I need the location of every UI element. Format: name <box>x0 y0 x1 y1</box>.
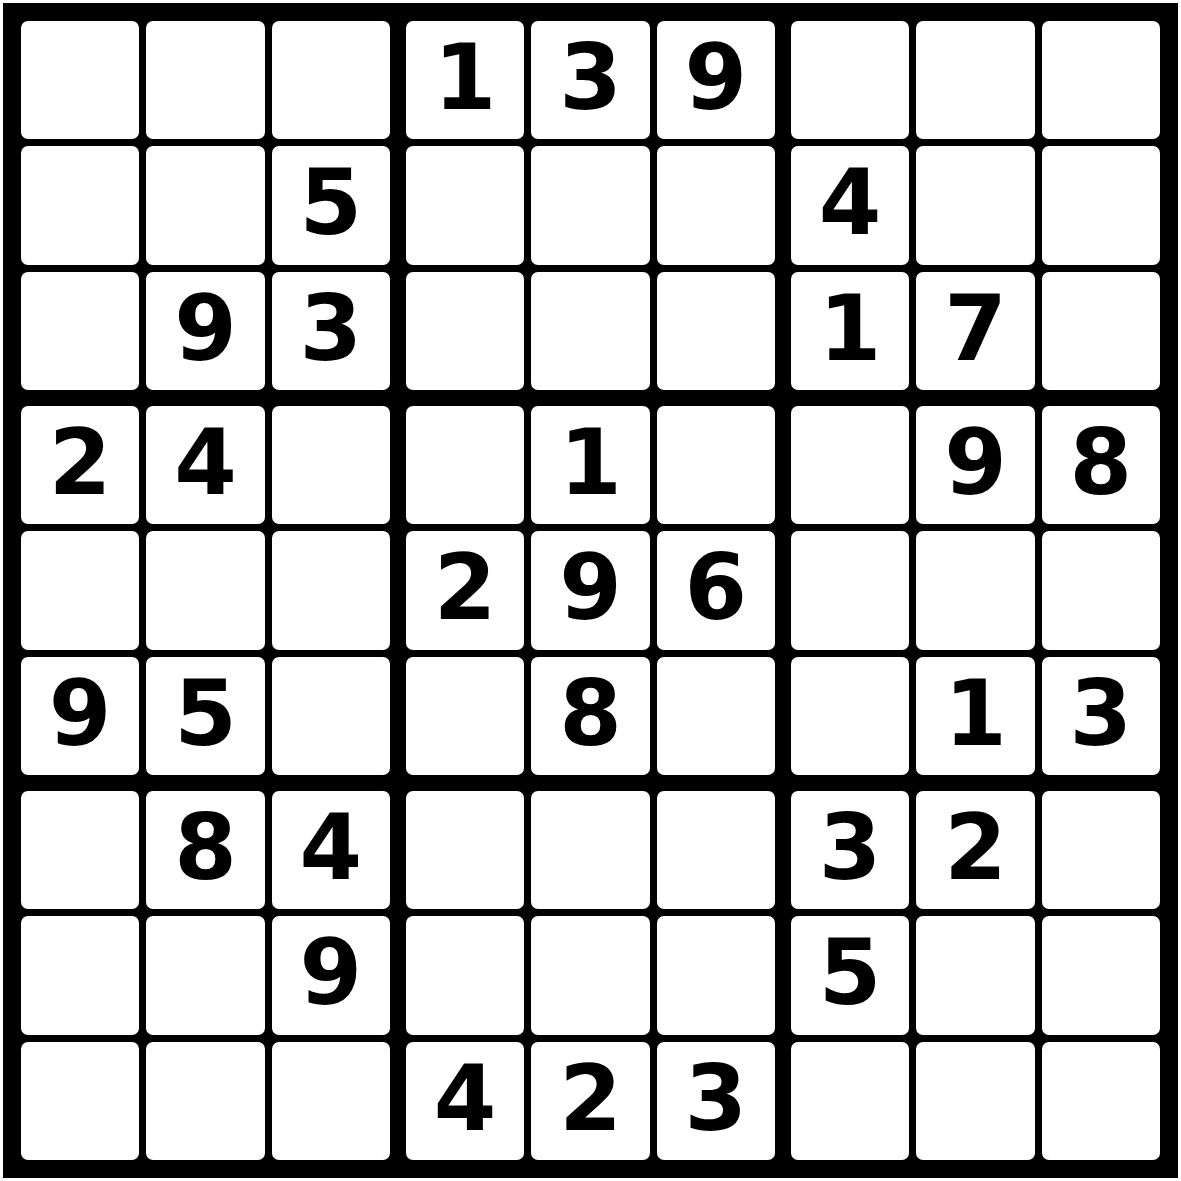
cell-r3c6[interactable] <box>657 272 775 390</box>
cell-r1c3[interactable] <box>272 21 390 139</box>
given-digit: 9 <box>174 284 237 374</box>
cell-r8c1[interactable] <box>21 916 139 1034</box>
cell-r1c8[interactable] <box>916 21 1034 139</box>
cell-r8c8[interactable] <box>916 916 1034 1034</box>
given-digit: 1 <box>434 33 497 123</box>
cell-r5c3[interactable] <box>272 531 390 649</box>
cell-r7c4[interactable] <box>406 791 524 909</box>
cell-r5c5: 9 <box>531 531 649 649</box>
cell-r5c7[interactable] <box>791 531 909 649</box>
cell-r6c7[interactable] <box>791 657 909 775</box>
cell-r3c9[interactable] <box>1042 272 1160 390</box>
cell-r7c9[interactable] <box>1042 791 1160 909</box>
cell-r4c5: 1 <box>531 406 649 524</box>
cell-r3c4[interactable] <box>406 272 524 390</box>
cell-r1c7[interactable] <box>791 21 909 139</box>
given-digit: 5 <box>300 158 363 248</box>
cell-r6c6[interactable] <box>657 657 775 775</box>
cell-r2c1[interactable] <box>21 146 139 264</box>
sudoku-grid: 1395493172419829695813843295423 <box>21 21 1160 1160</box>
cell-r3c8: 7 <box>916 272 1034 390</box>
cell-r9c1[interactable] <box>21 1042 139 1160</box>
given-digit: 5 <box>174 669 237 759</box>
cell-r7c7: 3 <box>791 791 909 909</box>
given-digit: 9 <box>559 543 622 633</box>
cell-r4c7[interactable] <box>791 406 909 524</box>
cell-r5c1[interactable] <box>21 531 139 649</box>
given-digit: 4 <box>434 1054 497 1144</box>
cell-r7c1[interactable] <box>21 791 139 909</box>
given-digit: 5 <box>819 928 882 1018</box>
cell-r9c7[interactable] <box>791 1042 909 1160</box>
given-digit: 2 <box>434 543 497 633</box>
cell-r4c4[interactable] <box>406 406 524 524</box>
given-digit: 9 <box>300 928 363 1018</box>
cell-r4c2: 4 <box>146 406 264 524</box>
cell-r5c2[interactable] <box>146 531 264 649</box>
cell-r6c9: 3 <box>1042 657 1160 775</box>
cell-r5c4: 2 <box>406 531 524 649</box>
given-digit: 8 <box>174 803 237 893</box>
given-digit: 3 <box>819 803 882 893</box>
cell-r6c1: 9 <box>21 657 139 775</box>
cell-r2c4[interactable] <box>406 146 524 264</box>
cell-r7c2: 8 <box>146 791 264 909</box>
cell-r6c8: 1 <box>916 657 1034 775</box>
given-digit: 9 <box>944 418 1007 508</box>
given-digit: 9 <box>685 33 748 123</box>
cell-r8c2[interactable] <box>146 916 264 1034</box>
cell-r9c5: 2 <box>531 1042 649 1160</box>
given-digit: 4 <box>174 418 237 508</box>
cell-r3c5[interactable] <box>531 272 649 390</box>
cell-r2c8[interactable] <box>916 146 1034 264</box>
cell-r7c3: 4 <box>272 791 390 909</box>
cell-r9c9[interactable] <box>1042 1042 1160 1160</box>
cell-r1c6: 9 <box>657 21 775 139</box>
given-digit: 3 <box>559 33 622 123</box>
cell-r4c1: 2 <box>21 406 139 524</box>
given-digit: 2 <box>49 418 112 508</box>
cell-r2c5[interactable] <box>531 146 649 264</box>
given-digit: 2 <box>559 1054 622 1144</box>
given-digit: 4 <box>300 803 363 893</box>
given-digit: 1 <box>559 418 622 508</box>
cell-r1c1[interactable] <box>21 21 139 139</box>
given-digit: 8 <box>1070 418 1133 508</box>
cell-r4c9: 8 <box>1042 406 1160 524</box>
cell-r3c1[interactable] <box>21 272 139 390</box>
cell-r9c3[interactable] <box>272 1042 390 1160</box>
cell-r2c2[interactable] <box>146 146 264 264</box>
given-digit: 6 <box>685 543 748 633</box>
cell-r1c4: 1 <box>406 21 524 139</box>
given-digit: 2 <box>944 803 1007 893</box>
given-digit: 9 <box>49 669 112 759</box>
given-digit: 3 <box>1070 669 1133 759</box>
cell-r8c7: 5 <box>791 916 909 1034</box>
cell-r6c4[interactable] <box>406 657 524 775</box>
cell-r8c5[interactable] <box>531 916 649 1034</box>
cell-r6c5: 8 <box>531 657 649 775</box>
given-digit: 1 <box>944 669 1007 759</box>
cell-r1c5: 3 <box>531 21 649 139</box>
cell-r7c6[interactable] <box>657 791 775 909</box>
cell-r5c8[interactable] <box>916 531 1034 649</box>
cell-r4c3[interactable] <box>272 406 390 524</box>
cell-r5c6: 6 <box>657 531 775 649</box>
cell-r2c6[interactable] <box>657 146 775 264</box>
cell-r8c4[interactable] <box>406 916 524 1034</box>
sudoku-board: 1395493172419829695813843295423 <box>3 3 1178 1178</box>
cell-r2c3: 5 <box>272 146 390 264</box>
cell-r3c2: 9 <box>146 272 264 390</box>
cell-r9c4: 4 <box>406 1042 524 1160</box>
cell-r6c3[interactable] <box>272 657 390 775</box>
cell-r8c3: 9 <box>272 916 390 1034</box>
cell-r2c7: 4 <box>791 146 909 264</box>
cell-r7c8: 2 <box>916 791 1034 909</box>
page: 1395493172419829695813843295423 <box>0 0 1181 1181</box>
given-digit: 8 <box>559 669 622 759</box>
cell-r3c3: 3 <box>272 272 390 390</box>
cell-r7c5[interactable] <box>531 791 649 909</box>
cell-r9c8[interactable] <box>916 1042 1034 1160</box>
cell-r1c2[interactable] <box>146 21 264 139</box>
cell-r8c6[interactable] <box>657 916 775 1034</box>
cell-r2c9[interactable] <box>1042 146 1160 264</box>
cell-r1c9[interactable] <box>1042 21 1160 139</box>
cell-r9c2[interactable] <box>146 1042 264 1160</box>
cell-r4c6[interactable] <box>657 406 775 524</box>
cell-r5c9[interactable] <box>1042 531 1160 649</box>
cell-r3c7: 1 <box>791 272 909 390</box>
cell-r4c8: 9 <box>916 406 1034 524</box>
given-digit: 3 <box>685 1054 748 1144</box>
given-digit: 4 <box>819 158 882 248</box>
given-digit: 3 <box>300 284 363 374</box>
given-digit: 1 <box>819 284 882 374</box>
cell-r9c6: 3 <box>657 1042 775 1160</box>
cell-r8c9[interactable] <box>1042 916 1160 1034</box>
cell-r6c2: 5 <box>146 657 264 775</box>
given-digit: 7 <box>944 284 1007 374</box>
